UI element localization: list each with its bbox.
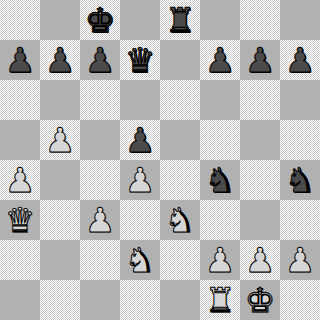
piece-black-queen[interactable]: ♛ [125,40,155,80]
square-b3[interactable] [40,200,80,240]
square-h6[interactable] [280,80,320,120]
piece-black-pawn[interactable]: ♟ [85,40,115,80]
square-c7[interactable]: ♟ [80,40,120,80]
square-f2[interactable]: ♟ [200,240,240,280]
square-a4[interactable]: ♟ [0,160,40,200]
square-e7[interactable] [160,40,200,80]
piece-white-pawn[interactable]: ♟ [205,240,235,280]
square-b4[interactable] [40,160,80,200]
square-a1[interactable] [0,280,40,320]
piece-white-pawn[interactable]: ♟ [85,200,115,240]
square-c2[interactable] [80,240,120,280]
piece-white-pawn[interactable]: ♟ [45,120,75,160]
square-b5[interactable]: ♟ [40,120,80,160]
piece-black-king[interactable]: ♚ [85,0,115,40]
piece-black-knight[interactable]: ♞ [285,160,315,200]
piece-black-pawn[interactable]: ♟ [285,40,315,80]
piece-white-knight[interactable]: ♞ [125,240,155,280]
square-d2[interactable]: ♞ [120,240,160,280]
square-f6[interactable] [200,80,240,120]
piece-white-pawn[interactable]: ♟ [245,240,275,280]
square-h8[interactable] [280,0,320,40]
square-d4[interactable]: ♟ [120,160,160,200]
square-b7[interactable]: ♟ [40,40,80,80]
square-d8[interactable] [120,0,160,40]
square-h3[interactable] [280,200,320,240]
square-h4[interactable]: ♞ [280,160,320,200]
square-e1[interactable] [160,280,200,320]
piece-black-knight[interactable]: ♞ [205,160,235,200]
chess-board: ♚♜♟♟♟♛♟♟♟♟♟♟♟♞♞♛♟♞♞♟♟♟♜♚ [0,0,320,320]
piece-black-rook[interactable]: ♜ [165,0,195,40]
square-a8[interactable] [0,0,40,40]
piece-black-pawn[interactable]: ♟ [125,120,155,160]
square-g2[interactable]: ♟ [240,240,280,280]
square-f1[interactable]: ♜ [200,280,240,320]
square-b1[interactable] [40,280,80,320]
piece-white-knight[interactable]: ♞ [165,200,195,240]
square-g7[interactable]: ♟ [240,40,280,80]
square-d6[interactable] [120,80,160,120]
square-c8[interactable]: ♚ [80,0,120,40]
square-h7[interactable]: ♟ [280,40,320,80]
piece-black-pawn[interactable]: ♟ [205,40,235,80]
square-f3[interactable] [200,200,240,240]
square-g4[interactable] [240,160,280,200]
square-d7[interactable]: ♛ [120,40,160,80]
square-b2[interactable] [40,240,80,280]
square-b8[interactable] [40,0,80,40]
piece-white-pawn[interactable]: ♟ [5,160,35,200]
square-e8[interactable]: ♜ [160,0,200,40]
square-f4[interactable]: ♞ [200,160,240,200]
square-e6[interactable] [160,80,200,120]
square-a5[interactable] [0,120,40,160]
square-a2[interactable] [0,240,40,280]
square-e4[interactable] [160,160,200,200]
square-c5[interactable] [80,120,120,160]
square-g8[interactable] [240,0,280,40]
square-f5[interactable] [200,120,240,160]
square-a6[interactable] [0,80,40,120]
piece-white-rook[interactable]: ♜ [205,280,235,320]
square-h5[interactable] [280,120,320,160]
square-d3[interactable] [120,200,160,240]
square-d1[interactable] [120,280,160,320]
square-d5[interactable]: ♟ [120,120,160,160]
piece-white-pawn[interactable]: ♟ [125,160,155,200]
piece-white-king[interactable]: ♚ [245,280,275,320]
square-c1[interactable] [80,280,120,320]
square-g3[interactable] [240,200,280,240]
piece-white-pawn[interactable]: ♟ [285,240,315,280]
square-b6[interactable] [40,80,80,120]
square-e2[interactable] [160,240,200,280]
square-h1[interactable] [280,280,320,320]
square-c4[interactable] [80,160,120,200]
square-e3[interactable]: ♞ [160,200,200,240]
piece-black-pawn[interactable]: ♟ [245,40,275,80]
square-e5[interactable] [160,120,200,160]
piece-white-queen[interactable]: ♛ [5,200,35,240]
square-c6[interactable] [80,80,120,120]
square-f8[interactable] [200,0,240,40]
piece-black-pawn[interactable]: ♟ [5,40,35,80]
square-f7[interactable]: ♟ [200,40,240,80]
square-g6[interactable] [240,80,280,120]
square-a7[interactable]: ♟ [0,40,40,80]
square-h2[interactable]: ♟ [280,240,320,280]
square-g1[interactable]: ♚ [240,280,280,320]
square-c3[interactable]: ♟ [80,200,120,240]
square-g5[interactable] [240,120,280,160]
square-a3[interactable]: ♛ [0,200,40,240]
piece-black-pawn[interactable]: ♟ [45,40,75,80]
